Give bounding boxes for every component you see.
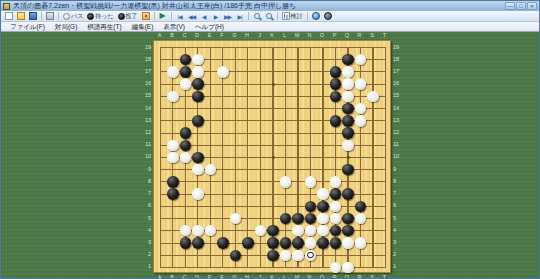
black-stone-B7: [167, 188, 178, 199]
coord-row-left-17: 17: [141, 68, 151, 74]
coord-row-left-18: 18: [141, 56, 151, 62]
toolbar-separator: [277, 12, 278, 20]
coord-row-left-2: 2: [141, 251, 151, 257]
coord-col-bottom-J: J: [256, 274, 264, 279]
toolbar-separator: [248, 12, 249, 20]
coord-row-right-14: 14: [393, 105, 403, 111]
black-stone-P17: [330, 66, 341, 77]
white-stone-B11: [167, 140, 178, 151]
board-setup-icon: [142, 12, 150, 20]
print-button[interactable]: [45, 12, 55, 21]
coord-col-top-A: A: [156, 32, 164, 38]
nav-forward10-icon: ▶▶: [224, 13, 231, 20]
title-bar[interactable]: 天頂の囲碁7.2zen・棋聖戦挑戦/一力遼棋聖(黒) 対井山裕太王座(白) /1…: [1, 1, 539, 11]
black-stone-O3: [317, 237, 328, 248]
black-stone-D15: [192, 91, 203, 102]
coord-col-top-B: B: [168, 32, 176, 38]
coord-row-right-6: 6: [393, 202, 403, 208]
coord-row-right-2: 2: [393, 251, 403, 257]
go-application-window: 天頂の囲碁7.2zen・棋聖戦挑戦/一力遼棋聖(黒) 対井山裕太王座(白) /1…: [0, 0, 540, 279]
coord-row-left-9: 9: [141, 166, 151, 172]
coord-row-left-10: 10: [141, 153, 151, 159]
white-stone-Q11: [342, 140, 353, 151]
black-stone-K2: [267, 250, 278, 261]
black-stone-P7: [330, 188, 341, 199]
coord-col-top-P: P: [331, 32, 339, 38]
window-title: 天頂の囲碁7.2zen・棋聖戦挑戦/一力遼棋聖(黒) 対井山裕太王座(白) /1…: [13, 1, 504, 11]
coord-col-top-D: D: [193, 32, 201, 38]
undo-button[interactable]: 待った: [86, 12, 114, 21]
pass-button-label: パス: [71, 12, 83, 21]
black-stone-D3: [192, 237, 203, 248]
coord-col-bottom-C: C: [181, 274, 189, 279]
app-icon: [3, 3, 10, 10]
nav-first-button[interactable]: |◀: [175, 12, 185, 21]
coord-row-left-11: 11: [141, 141, 151, 147]
coord-col-top-N: N: [306, 32, 314, 38]
black-stone-Q14: [342, 103, 353, 114]
white-stone-N3: [305, 237, 316, 248]
menu-item-4[interactable]: 表示(V): [158, 22, 190, 32]
toolbar-separator: [171, 12, 172, 20]
coord-row-left-1: 1: [141, 263, 151, 269]
black-stone-L3: [280, 237, 291, 248]
settings-button[interactable]: [323, 12, 333, 21]
coord-row-right-8: 8: [393, 178, 403, 184]
white-stone-B10: [167, 152, 178, 163]
coord-col-top-E: E: [206, 32, 214, 38]
coord-row-right-19: 19: [393, 44, 403, 50]
coord-col-bottom-A: A: [156, 274, 164, 279]
nav-forward10-button[interactable]: ▶▶: [223, 12, 233, 21]
coord-row-right-4: 4: [393, 227, 403, 233]
white-stone-M2: [292, 250, 303, 261]
undo-button-label: 待った: [95, 12, 113, 21]
coord-col-top-C: C: [181, 32, 189, 38]
black-stone-P16: [330, 78, 341, 89]
black-stone-Q9: [342, 164, 353, 175]
coord-row-right-13: 13: [393, 117, 403, 123]
white-stone-R16: [355, 78, 366, 89]
white-stone-F17: [217, 66, 228, 77]
coord-row-left-6: 6: [141, 202, 151, 208]
star-point: [347, 156, 350, 159]
coord-col-bottom-T: T: [381, 274, 389, 279]
coord-row-left-3: 3: [141, 239, 151, 245]
coord-row-right-18: 18: [393, 56, 403, 62]
coord-row-right-3: 3: [393, 239, 403, 245]
analysis-icon: [282, 12, 290, 20]
coord-row-right-1: 1: [393, 263, 403, 269]
coord-col-bottom-K: K: [268, 274, 276, 279]
white-stone-D4: [192, 225, 203, 236]
close-button[interactable]: ×: [527, 2, 537, 10]
coord-col-bottom-D: D: [193, 274, 201, 279]
nav-back-button[interactable]: ◀: [199, 12, 209, 21]
white-stone-P8: [330, 176, 341, 187]
coord-col-bottom-L: L: [281, 274, 289, 279]
save-file-button[interactable]: [28, 12, 38, 21]
analysis-button[interactable]: 検討: [281, 12, 304, 21]
menu-item-2[interactable]: 棋譜再生(T): [82, 22, 126, 32]
print-icon: [46, 12, 54, 20]
white-stone-L2: [280, 250, 291, 261]
white-stone-B15: [167, 91, 178, 102]
black-stone-Q12: [342, 127, 353, 138]
black-stone-M5: [292, 213, 303, 224]
black-stone-Q18: [342, 54, 353, 65]
coord-row-left-8: 8: [141, 178, 151, 184]
coord-row-right-12: 12: [393, 129, 403, 135]
resign-button-label: 投了: [126, 12, 138, 21]
white-stone-Q15: [342, 91, 353, 102]
workspace-background: AABBCCDDEEFFGGHHJJKKLLMMNNOOPPQQRRSSTT19…: [1, 32, 539, 279]
new-file-icon: [5, 12, 13, 20]
white-stone-O4: [317, 225, 328, 236]
white-stone-D7: [192, 188, 203, 199]
black-stone-P3: [330, 237, 341, 248]
nav-forward-icon: ▶: [214, 13, 218, 20]
white-stone-B17: [167, 66, 178, 77]
coord-col-bottom-F: F: [218, 274, 226, 279]
coord-col-bottom-M: M: [293, 274, 301, 279]
count-icon: [254, 13, 260, 19]
menu-bar: ファイル(F)対局(G)棋譜再生(T)編集(E)表示(V)ヘルプ(H): [1, 22, 539, 32]
menu-item-5[interactable]: ヘルプ(H): [190, 22, 229, 32]
black-stone-D10: [192, 152, 203, 163]
coord-col-bottom-O: O: [318, 274, 326, 279]
white-stone-N2: [305, 250, 316, 261]
toolbar-separator: [154, 12, 155, 20]
go-board: [153, 40, 391, 273]
nav-back-icon: ◀: [202, 13, 206, 20]
black-stone-D13: [192, 115, 203, 126]
black-stone-C17: [180, 66, 191, 77]
estimate-button[interactable]: [264, 12, 274, 21]
star-point: [272, 156, 275, 159]
coord-row-right-17: 17: [393, 68, 403, 74]
pass-button[interactable]: パス: [62, 12, 84, 21]
black-stone-K4: [267, 225, 278, 236]
play-button[interactable]: ▶: [158, 12, 168, 21]
menu-item-0[interactable]: ファイル(F): [5, 22, 50, 32]
coord-row-left-15: 15: [141, 92, 151, 98]
coord-row-left-7: 7: [141, 190, 151, 196]
count-button[interactable]: [252, 12, 262, 21]
black-stone-O6: [317, 201, 328, 212]
open-file-icon: [17, 12, 25, 20]
white-stone-R3: [355, 237, 366, 248]
save-file-icon: [29, 12, 37, 20]
coord-col-top-G: G: [231, 32, 239, 38]
white-stone-Q3: [342, 237, 353, 248]
minimize-button[interactable]: —: [505, 2, 515, 10]
star-point: [272, 83, 275, 86]
menu-item-3[interactable]: 編集(E): [127, 22, 159, 32]
coord-col-top-L: L: [281, 32, 289, 38]
white-stone-D18: [192, 54, 203, 65]
pass-icon: [63, 13, 70, 20]
coord-col-bottom-R: R: [356, 274, 364, 279]
nav-back10-icon: ◀◀: [188, 13, 195, 20]
coord-col-bottom-Q: Q: [343, 274, 351, 279]
coord-row-right-15: 15: [393, 92, 403, 98]
white-stone-O7: [317, 188, 328, 199]
white-stone-R13: [355, 115, 366, 126]
white-stone-N8: [305, 176, 316, 187]
white-stone-L8: [280, 176, 291, 187]
coord-row-left-12: 12: [141, 129, 151, 135]
coord-col-bottom-E: E: [206, 274, 214, 279]
nav-forward-button[interactable]: ▶: [211, 12, 221, 21]
coord-col-bottom-G: G: [231, 274, 239, 279]
black-stone-G2: [230, 250, 241, 261]
black-stone-M3: [292, 237, 303, 248]
white-stone-D17: [192, 66, 203, 77]
coord-row-left-16: 16: [141, 80, 151, 86]
coord-row-left-19: 19: [141, 44, 151, 50]
black-stone-Q7: [342, 188, 353, 199]
estimate-icon: [266, 13, 272, 19]
toolbar-separator: [307, 12, 308, 20]
coord-row-left-5: 5: [141, 215, 151, 221]
coord-row-right-9: 9: [393, 166, 403, 172]
board-setup-button[interactable]: [141, 12, 151, 21]
coord-col-bottom-P: P: [331, 274, 339, 279]
black-stone-Q13: [342, 115, 353, 126]
coord-row-right-5: 5: [393, 215, 403, 221]
coord-col-bottom-S: S: [368, 274, 376, 279]
coord-row-left-14: 14: [141, 105, 151, 111]
white-stone-C16: [180, 78, 191, 89]
coord-col-top-H: H: [243, 32, 251, 38]
coord-row-right-16: 16: [393, 80, 403, 86]
coord-row-left-13: 13: [141, 117, 151, 123]
undo-icon: [87, 13, 94, 20]
coord-col-top-J: J: [256, 32, 264, 38]
white-stone-Q17: [342, 66, 353, 77]
toolbar-separator: [41, 12, 42, 20]
white-stone-Q16: [342, 78, 353, 89]
black-stone-C3: [180, 237, 191, 248]
white-stone-M4: [292, 225, 303, 236]
coord-col-top-K: K: [268, 32, 276, 38]
coord-col-top-F: F: [218, 32, 226, 38]
nav-back10-button[interactable]: ◀◀: [187, 12, 197, 21]
white-stone-Q1: [342, 262, 353, 273]
play-icon: ▶: [159, 12, 165, 20]
open-file-button[interactable]: [16, 12, 26, 21]
coord-row-right-11: 11: [393, 141, 403, 147]
black-stone-C11: [180, 140, 191, 151]
coord-row-right-10: 10: [393, 153, 403, 159]
white-stone-D9: [192, 164, 203, 175]
new-file-button[interactable]: [4, 12, 14, 21]
resign-icon: [118, 13, 125, 20]
black-stone-P13: [330, 115, 341, 126]
black-stone-K3: [267, 237, 278, 248]
coord-row-right-7: 7: [393, 190, 403, 196]
maximize-button[interactable]: □: [516, 2, 526, 10]
white-stone-O5: [317, 213, 328, 224]
settings-icon: [324, 12, 332, 20]
network-button[interactable]: [311, 12, 321, 21]
black-stone-F3: [217, 237, 228, 248]
resign-button[interactable]: 投了: [117, 12, 139, 21]
black-stone-D16: [192, 78, 203, 89]
toolbar: パス待った投了▶|◀◀◀◀▶▶▶▶|検討: [1, 11, 539, 22]
toolbar-separator: [58, 12, 59, 20]
coord-col-bottom-N: N: [306, 274, 314, 279]
coord-row-left-4: 4: [141, 227, 151, 233]
black-stone-B8: [167, 176, 178, 187]
coord-col-top-Q: Q: [343, 32, 351, 38]
coord-col-bottom-H: H: [243, 274, 251, 279]
network-icon: [312, 12, 320, 20]
black-stone-C12: [180, 127, 191, 138]
coord-col-top-O: O: [318, 32, 326, 38]
white-stone-S15: [367, 91, 378, 102]
coord-col-top-T: T: [381, 32, 389, 38]
nav-last-icon: ▶|: [237, 13, 241, 20]
coord-col-top-R: R: [356, 32, 364, 38]
menu-item-1[interactable]: 対局(G): [50, 22, 82, 32]
analysis-button-label: 検討: [291, 12, 303, 21]
coord-col-bottom-B: B: [168, 274, 176, 279]
black-stone-H3: [242, 237, 253, 248]
nav-last-button[interactable]: ▶|: [235, 12, 245, 21]
black-stone-Q4: [342, 225, 353, 236]
coord-col-top-M: M: [293, 32, 301, 38]
black-stone-Q5: [342, 213, 353, 224]
coord-col-top-S: S: [368, 32, 376, 38]
nav-first-icon: |◀: [177, 13, 181, 20]
white-stone-P1: [330, 262, 341, 273]
